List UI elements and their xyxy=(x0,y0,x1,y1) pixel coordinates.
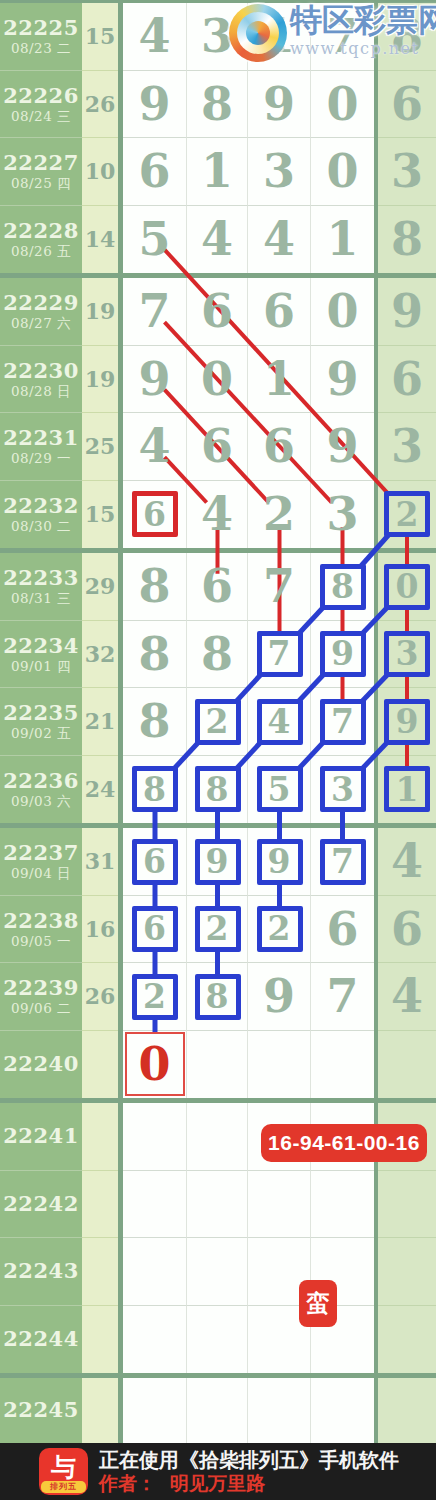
digit: 2 xyxy=(143,980,166,1013)
digit-cell xyxy=(187,1103,248,1171)
draw-number: 22234 xyxy=(3,634,79,658)
digit: 8 xyxy=(143,773,166,806)
draw-date: 09/05 一 xyxy=(11,933,71,949)
digit: 8 xyxy=(138,563,170,609)
digit: 9 xyxy=(206,845,229,878)
draw-label-cell: 2223208/30 二 xyxy=(0,481,82,549)
draw-label-cell: 22245 xyxy=(0,1378,82,1444)
digit: 6 xyxy=(391,356,423,402)
digit: 4 xyxy=(201,491,233,537)
table-row: 2223108/29 一2546693 xyxy=(0,413,436,481)
digit-cell xyxy=(123,1238,187,1306)
digit-cell: 9 xyxy=(378,278,436,346)
table-row: 22244 xyxy=(0,1306,436,1374)
digit-cell: 9 xyxy=(311,413,374,481)
draw-date: 08/28 日 xyxy=(11,383,71,399)
digit-cell xyxy=(378,1171,436,1239)
digit: 6 xyxy=(201,563,233,609)
draw-date: 09/02 五 xyxy=(11,725,71,741)
draw-number: 22241 xyxy=(3,1124,79,1148)
draw-number: 22226 xyxy=(3,84,79,108)
digit: 8 xyxy=(138,698,170,744)
draw-label-cell: 2222708/25 四 xyxy=(0,138,82,206)
digit: 0 xyxy=(326,148,358,194)
sum-cell: 14 xyxy=(82,206,118,274)
draw-label-cell: 22243 xyxy=(0,1238,82,1306)
sum-cell: 32 xyxy=(82,621,118,689)
draw-date: 08/25 四 xyxy=(11,175,71,191)
digit-cell: 4 xyxy=(187,206,248,274)
digit: 3 xyxy=(326,491,358,537)
digit-cell: 6 xyxy=(123,138,187,206)
digit: 7 xyxy=(331,845,354,878)
table-row: 2222808/26 五1454418 xyxy=(0,206,436,274)
digit-cell xyxy=(311,1378,374,1444)
draw-date: 08/24 三 xyxy=(11,108,71,124)
digit: 6 xyxy=(263,288,295,334)
digit-cell xyxy=(123,1378,187,1444)
sum-cell: 15 xyxy=(82,3,118,71)
digit-cell: 0 xyxy=(187,346,248,414)
digit: 9 xyxy=(138,356,170,402)
digit: 9 xyxy=(396,705,419,738)
draw-number: 22239 xyxy=(3,976,79,1000)
digit: 8 xyxy=(206,980,229,1013)
digit: 7 xyxy=(138,288,170,334)
table-row: 2222708/25 四1061303 xyxy=(0,138,436,206)
app-icon-glyph: 与 xyxy=(51,1451,76,1484)
digit-cell: 5 xyxy=(123,206,187,274)
draw-number: 22244 xyxy=(3,1327,79,1351)
digit-cell: 7 xyxy=(123,278,187,346)
digit: 4 xyxy=(391,838,423,884)
table-row: 2222908/27 六1976609 xyxy=(0,278,436,346)
sum-cell: 15 xyxy=(82,481,118,549)
draw-label-cell: 2223609/03 六 xyxy=(0,756,82,824)
draw-label-cell: 2223008/28 日 xyxy=(0,346,82,414)
digit: 2 xyxy=(263,491,295,537)
sum-cell xyxy=(82,1238,118,1306)
footer-app-usage-line: 正在使用《拾柴排列五》手机软件 xyxy=(99,1447,399,1473)
annotation-badge-number-string: 16-94-61-00-16 xyxy=(261,1124,427,1162)
sum-cell xyxy=(82,1103,118,1171)
digit: 0 xyxy=(326,81,358,127)
draw-date: 09/01 四 xyxy=(11,658,71,674)
digit: 8 xyxy=(206,773,229,806)
footer-text: 正在使用《拾柴排列五》手机软件 作者：明见万里路 xyxy=(99,1447,399,1496)
draw-label-cell: 22242 xyxy=(0,1171,82,1239)
digit: 5 xyxy=(138,216,170,262)
table-row: 222400 xyxy=(0,1031,436,1099)
draw-date: 09/06 二 xyxy=(11,1000,71,1016)
digit: 9 xyxy=(263,973,295,1019)
digit: 3 xyxy=(391,148,423,194)
digit-cell: 0 xyxy=(311,71,374,139)
digit-cell xyxy=(311,1171,374,1239)
digit: 2 xyxy=(396,498,419,531)
draw-number: 22235 xyxy=(3,701,79,725)
digit-cell xyxy=(187,1238,248,1306)
digit-cell: 4 xyxy=(378,828,436,896)
digit-cell: 8 xyxy=(123,688,187,756)
digit: 4 xyxy=(138,423,170,469)
digit-cell xyxy=(311,1031,374,1099)
digit-cell xyxy=(187,1378,248,1444)
digit-cell: 6 xyxy=(187,413,248,481)
sum-cell: 19 xyxy=(82,278,118,346)
annotation-badge-man: 蛮 xyxy=(299,1280,337,1327)
draw-number: 22237 xyxy=(3,841,79,865)
digit-cell: 0 xyxy=(311,278,374,346)
draw-label-cell: 2222608/24 三 xyxy=(0,71,82,139)
draw-date: 08/29 一 xyxy=(11,450,71,466)
digit: 4 xyxy=(268,705,291,738)
digit-cell xyxy=(248,1171,311,1239)
digit: 6 xyxy=(263,423,295,469)
digit-cell: 4 xyxy=(187,481,248,549)
digit: 8 xyxy=(138,631,170,677)
draw-label-cell: 2222908/27 六 xyxy=(0,278,82,346)
digit: 4 xyxy=(201,216,233,262)
digit-cell xyxy=(378,1238,436,1306)
digit-cell xyxy=(123,1171,187,1239)
site-url: www.tqcp.net xyxy=(290,39,436,58)
digit: 7 xyxy=(326,973,358,1019)
digit: 9 xyxy=(138,81,170,127)
site-logo: 特区彩票网 www.tqcp.net xyxy=(229,4,436,62)
draw-label-cell: 2223308/31 三 xyxy=(0,553,82,621)
digit-cell: 3 xyxy=(378,138,436,206)
table-row: 22242 xyxy=(0,1171,436,1239)
draw-label-cell: 2223108/29 一 xyxy=(0,413,82,481)
digit: 9 xyxy=(331,637,354,670)
digit: 3 xyxy=(391,423,423,469)
digit: 2 xyxy=(206,912,229,945)
draw-number: 22245 xyxy=(3,1398,79,1422)
digit-cell xyxy=(187,1171,248,1239)
digit: 6 xyxy=(326,906,358,952)
digit: 4 xyxy=(391,973,423,1019)
digit: 3 xyxy=(331,773,354,806)
digit: 1 xyxy=(326,216,358,262)
draw-label-cell: 2222808/26 五 xyxy=(0,206,82,274)
digit-cell: 8 xyxy=(123,621,187,689)
digit: 6 xyxy=(143,845,166,878)
digit: 0 xyxy=(138,1041,170,1087)
table-row: 2223409/01 四3288793 xyxy=(0,621,436,689)
digit-cell: 4 xyxy=(248,206,311,274)
digit-cell: 3 xyxy=(311,481,374,549)
footer-bar: 与 排列五 正在使用《拾柴排列五》手机软件 作者：明见万里路 xyxy=(0,1443,436,1500)
footer-author-line: 作者：明见万里路 xyxy=(99,1473,399,1496)
digit: 2 xyxy=(206,705,229,738)
draw-label-cell: 2223809/05 一 xyxy=(0,896,82,964)
digit: 6 xyxy=(391,906,423,952)
sum-cell: 10 xyxy=(82,138,118,206)
digit-cell xyxy=(248,1378,311,1444)
digit: 0 xyxy=(201,356,233,402)
table-row: 2223308/31 三2986780 xyxy=(0,553,436,621)
sum-cell: 26 xyxy=(82,963,118,1031)
digit-cell: 8 xyxy=(187,621,248,689)
draw-label-cell: 22241 xyxy=(0,1103,82,1171)
sum-cell: 31 xyxy=(82,828,118,896)
draw-date: 08/30 二 xyxy=(11,518,71,534)
sum-cell: 21 xyxy=(82,688,118,756)
digit-cell: 3 xyxy=(248,138,311,206)
digit-cell: 6 xyxy=(248,413,311,481)
table-row: 2222608/24 三2698906 xyxy=(0,71,436,139)
digit: 9 xyxy=(391,288,423,334)
draw-label-cell: 2223409/01 四 xyxy=(0,621,82,689)
digit-cell: 7 xyxy=(248,553,311,621)
digit-cell: 6 xyxy=(248,278,311,346)
table-row: 22245 xyxy=(0,1378,436,1444)
digit: 8 xyxy=(201,81,233,127)
sum-cell xyxy=(82,1378,118,1444)
site-name: 特区彩票网 xyxy=(290,4,436,38)
app-icon: 与 排列五 xyxy=(39,1448,88,1495)
draw-number: 22225 xyxy=(3,16,79,40)
digit-cell: 1 xyxy=(187,138,248,206)
draw-date: 09/04 日 xyxy=(11,865,71,881)
draw-date: 08/27 六 xyxy=(11,315,71,331)
sum-cell xyxy=(82,1306,118,1374)
draw-number: 22230 xyxy=(3,359,79,383)
digit-cell: 8 xyxy=(187,71,248,139)
sum-cell: 25 xyxy=(82,413,118,481)
digit: 1 xyxy=(263,356,295,402)
draw-number: 22229 xyxy=(3,291,79,315)
digit-cell: 8 xyxy=(378,206,436,274)
digit-cell xyxy=(378,1306,436,1374)
digit: 7 xyxy=(268,637,291,670)
digit-cell: 7 xyxy=(311,963,374,1031)
digit: 8 xyxy=(201,631,233,677)
digit: 2 xyxy=(268,912,291,945)
digit: 6 xyxy=(201,288,233,334)
app-icon-badge: 排列五 xyxy=(41,1481,86,1493)
draw-number: 22232 xyxy=(3,494,79,518)
digit: 9 xyxy=(326,423,358,469)
sum-cell: 26 xyxy=(82,71,118,139)
draw-number: 22238 xyxy=(3,909,79,933)
draw-label-cell: 22240 xyxy=(0,1031,82,1099)
digit: 9 xyxy=(326,356,358,402)
table-row: 2223208/30 二1564232 xyxy=(0,481,436,549)
sum-cell xyxy=(82,1031,118,1099)
digit: 6 xyxy=(143,912,166,945)
digit-cell: 9 xyxy=(123,346,187,414)
digit-cell: 4 xyxy=(378,963,436,1031)
footer-author-label: 作者： xyxy=(99,1473,156,1494)
trend-table: 2222508/23 二15431782222608/24 三269890622… xyxy=(0,0,436,1444)
digit: 6 xyxy=(143,498,166,531)
digit-cell: 6 xyxy=(187,553,248,621)
draw-number: 22228 xyxy=(3,219,79,243)
draw-date: 09/03 六 xyxy=(11,793,71,809)
digit: 9 xyxy=(268,845,291,878)
digit-cell: 4 xyxy=(123,3,187,71)
draw-number: 22240 xyxy=(3,1052,79,1076)
draw-number: 22233 xyxy=(3,566,79,590)
digit-cell xyxy=(187,1031,248,1099)
digit-cell: 4 xyxy=(123,413,187,481)
digit-cell: 1 xyxy=(248,346,311,414)
digit: 5 xyxy=(268,773,291,806)
digit: 6 xyxy=(138,148,170,194)
table-row: 2223008/28 日1990196 xyxy=(0,346,436,414)
draw-number: 22242 xyxy=(3,1192,79,1216)
digit: 3 xyxy=(263,148,295,194)
draw-number: 22236 xyxy=(3,769,79,793)
digit: 0 xyxy=(396,570,419,603)
digit: 4 xyxy=(263,216,295,262)
digit-cell xyxy=(123,1306,187,1374)
digit-cell xyxy=(378,1031,436,1099)
digit-cell: 1 xyxy=(311,206,374,274)
lottery-trend-chart-screen: 2222508/23 二15431782222608/24 三269890622… xyxy=(0,0,436,1500)
draw-label-cell: 22244 xyxy=(0,1306,82,1374)
digit-cell: 0 xyxy=(311,138,374,206)
digit: 9 xyxy=(263,81,295,127)
digit: 8 xyxy=(391,216,423,262)
sum-cell: 16 xyxy=(82,896,118,964)
digit-cell: 6 xyxy=(187,278,248,346)
digit-cell: 9 xyxy=(123,71,187,139)
digit-cell: 6 xyxy=(378,71,436,139)
draw-number: 22231 xyxy=(3,426,79,450)
draw-number: 22227 xyxy=(3,151,79,175)
draw-number: 22243 xyxy=(3,1259,79,1283)
digit: 0 xyxy=(326,288,358,334)
digit-cell: 3 xyxy=(378,413,436,481)
site-logo-text: 特区彩票网 www.tqcp.net xyxy=(290,4,436,58)
digit: 1 xyxy=(201,148,233,194)
sum-cell: 19 xyxy=(82,346,118,414)
digit-cell: 9 xyxy=(248,71,311,139)
digit-cell xyxy=(187,1306,248,1374)
digit: 7 xyxy=(331,705,354,738)
digit: 1 xyxy=(396,773,419,806)
draw-label-cell: 2223509/02 五 xyxy=(0,688,82,756)
draw-date: 08/23 二 xyxy=(11,40,71,56)
sum-cell: 24 xyxy=(82,756,118,824)
digit-cell: 6 xyxy=(378,346,436,414)
sum-cell xyxy=(82,1171,118,1239)
digit-cell: 9 xyxy=(311,346,374,414)
footer-author-name: 明见万里路 xyxy=(170,1473,265,1494)
digit-cell: 9 xyxy=(248,963,311,1031)
digit-cell xyxy=(378,1378,436,1444)
digit-cell: 6 xyxy=(378,896,436,964)
draw-label-cell: 2223909/06 二 xyxy=(0,963,82,1031)
digit-cell: 2 xyxy=(248,481,311,549)
draw-label-cell: 2222508/23 二 xyxy=(0,3,82,71)
digit: 4 xyxy=(138,13,170,59)
digit: 6 xyxy=(201,423,233,469)
digit-cell: 6 xyxy=(311,896,374,964)
digit: 6 xyxy=(391,81,423,127)
sum-cell: 29 xyxy=(82,553,118,621)
site-logo-swirl-icon xyxy=(229,4,287,62)
digit: 8 xyxy=(331,570,354,603)
draw-date: 08/26 五 xyxy=(11,243,71,259)
digit-cell xyxy=(248,1031,311,1099)
table-row: 22243 xyxy=(0,1238,436,1306)
draw-label-cell: 2223709/04 日 xyxy=(0,828,82,896)
digit: 3 xyxy=(396,637,419,670)
digit: 7 xyxy=(263,563,295,609)
draw-date: 08/31 三 xyxy=(11,590,71,606)
digit-cell xyxy=(123,1103,187,1171)
digit-cell: 8 xyxy=(123,553,187,621)
